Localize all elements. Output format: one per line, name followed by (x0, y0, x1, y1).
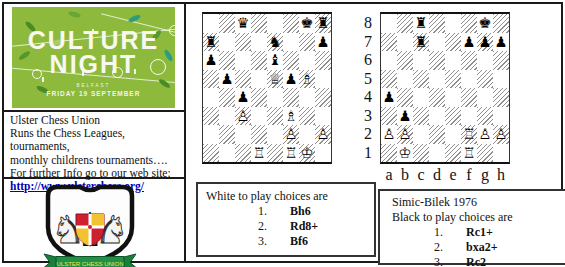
board-square: ♜♖ (283, 144, 299, 163)
board-square (203, 70, 219, 89)
board-square: ♟♙ (397, 125, 413, 144)
file-label: h (493, 166, 509, 184)
board-square (493, 14, 509, 33)
choice-number: 2. (258, 219, 278, 234)
board-square: ♟ (315, 33, 331, 52)
file-label: g (477, 166, 493, 184)
culture-night-poster: CULTURE NIGHT BELFAST FRIDAY 19 SEPTEMBE… (12, 7, 175, 108)
board-square (251, 14, 267, 33)
white-piece: ♙ (493, 125, 509, 144)
white-piece: ♖ (461, 144, 477, 163)
black-piece: ♜ (315, 14, 331, 33)
board-square: ♟ (477, 33, 493, 52)
white-piece: ♔ (397, 144, 413, 163)
board-square (397, 88, 413, 107)
board-square (445, 51, 461, 70)
rank-label: 3 (360, 107, 376, 126)
choice-move: Rd8+ (290, 219, 318, 234)
file-label: a (381, 166, 397, 184)
board-square (299, 33, 315, 52)
org-line4: For further Info go to our web site: (10, 167, 184, 180)
board-square: ♚♔ (397, 144, 413, 163)
board-square (413, 70, 429, 89)
black-piece: ♜ (413, 14, 429, 33)
org-line2: Runs the Chess Leagues, tournaments, (10, 127, 184, 153)
board-square: ♟ (461, 33, 477, 52)
board-square: ♜ (413, 14, 429, 33)
black-piece: ♜ (413, 33, 429, 52)
board-square (429, 51, 445, 70)
black-piece: ♞ (267, 33, 283, 52)
board-square (203, 144, 219, 163)
board-square (413, 125, 429, 144)
vertical-divider (184, 2, 186, 261)
black-piece: ♟ (219, 70, 235, 89)
black-piece: ♜ (203, 33, 219, 52)
board-square (381, 14, 397, 33)
move-choice: 3.Rc2 (392, 255, 565, 267)
board-square: ♟ (283, 70, 299, 89)
board-square (299, 51, 315, 70)
board-square (315, 88, 331, 107)
board-square (251, 125, 267, 144)
right-chess-board: ♜♚♜♟♟♟♟♟♟♙♟♙♜♖♟♙♟♙♚♔♜♖ (380, 12, 510, 164)
black-piece: ♟ (397, 107, 413, 126)
choice-number: 3. (434, 255, 454, 267)
black-piece: ♟ (493, 33, 509, 52)
board-square: ♝ (267, 51, 283, 70)
board-square (219, 125, 235, 144)
board-square (429, 125, 445, 144)
crest-shield-icon: ♞ ♞ ♚ ULSTER CHESS UNION (38, 180, 142, 267)
board-square (235, 33, 251, 52)
rank-label: 7 (360, 33, 376, 52)
rank-label: 8 (360, 14, 376, 33)
black-piece: ♟ (283, 70, 299, 89)
org-line3: monthly childrens tournaments…. (10, 154, 184, 167)
board-square (461, 70, 477, 89)
board-square (445, 125, 461, 144)
board-square: ♟♙ (381, 125, 397, 144)
board-square (315, 144, 331, 163)
board-square: ♚ (299, 14, 315, 33)
board-square (445, 14, 461, 33)
board-square (267, 14, 283, 33)
rank-labels: 87654321 (360, 14, 376, 162)
black-piece: ♟ (461, 33, 477, 52)
board-square (299, 107, 315, 126)
board-square (219, 107, 235, 126)
choice-move: bxa2+ (466, 240, 498, 255)
board-square (251, 70, 267, 89)
board-square: ♟♙ (315, 125, 331, 144)
board-square (299, 125, 315, 144)
choice-move: Bh6 (290, 204, 311, 219)
poster-title-line2: NIGHT (12, 52, 175, 76)
board-square (397, 33, 413, 52)
board-square (381, 70, 397, 89)
board-square: ♝♗ (299, 70, 315, 89)
move-choice: 1.Rc1+ (392, 225, 565, 240)
board-square (413, 144, 429, 163)
game-title: Simic-Bilek 1976 (392, 195, 565, 210)
board-square (315, 51, 331, 70)
white-piece: ♖ (461, 125, 477, 144)
board-square (429, 33, 445, 52)
board-square (203, 14, 219, 33)
black-to-play-box: Simic-Bilek 1976 Black to play choices a… (378, 189, 565, 265)
board-square (235, 144, 251, 163)
rank-label: 1 (360, 144, 376, 163)
choice-number: 3. (258, 234, 278, 249)
file-label: c (413, 166, 429, 184)
board-square (429, 70, 445, 89)
file-label: d (429, 166, 445, 184)
file-label: e (445, 166, 461, 184)
board-square (251, 33, 267, 52)
white-puzzle-heading: White to play choices are (206, 189, 374, 204)
rank-label: 6 (360, 51, 376, 70)
board-square (251, 88, 267, 107)
board-square (413, 51, 429, 70)
board-square (315, 107, 331, 126)
board-square: ♝♗ (283, 107, 299, 126)
board-square: ♟ (203, 51, 219, 70)
board-square (267, 125, 283, 144)
ulster-chess-union-crest: ♞ ♞ ♚ ULSTER CHESS UNION (38, 180, 142, 267)
board-square (445, 88, 461, 107)
black-piece: ♚ (477, 14, 493, 33)
board-square (445, 33, 461, 52)
board-square: ♟ (235, 88, 251, 107)
board-square (493, 70, 509, 89)
move-choice: 3.Bf6 (206, 234, 374, 249)
board-square (429, 14, 445, 33)
board-square (283, 33, 299, 52)
board-square: ♟ (493, 33, 509, 52)
choice-move: Bf6 (290, 234, 308, 249)
org-name: Ulster Chess Union (10, 114, 184, 127)
choice-move: Rc2 (466, 255, 486, 267)
board-square (267, 88, 283, 107)
black-puzzle-heading: Black to play choices are (392, 210, 565, 225)
board-square (429, 107, 445, 126)
white-piece: ♖ (283, 144, 299, 163)
board-square (219, 51, 235, 70)
board-square (251, 51, 267, 70)
move-choice: 2.bxa2+ (392, 240, 565, 255)
board-square (493, 51, 509, 70)
board-square (219, 14, 235, 33)
board-square (381, 107, 397, 126)
board-square (397, 14, 413, 33)
board-square (477, 70, 493, 89)
board-square: ♟ (397, 107, 413, 126)
black-piece: ♟ (203, 51, 219, 70)
board-square (493, 88, 509, 107)
black-piece: ♛ (235, 14, 251, 33)
board-square: ♜ (203, 33, 219, 52)
board-square (461, 51, 477, 70)
board-square (203, 88, 219, 107)
board-square (267, 107, 283, 126)
choice-move: Rc1+ (466, 225, 493, 240)
poster-title-line1: CULTURE (12, 28, 175, 52)
board-square (235, 51, 251, 70)
board-square: ♛♕ (267, 70, 283, 89)
black-piece: ♟ (315, 33, 331, 52)
board-square (477, 144, 493, 163)
white-piece: ♙ (235, 107, 251, 126)
poster-date: FRIDAY 19 SEPTEMBER (12, 90, 175, 97)
board-square (235, 70, 251, 89)
board-square (299, 88, 315, 107)
black-piece: ♝ (267, 51, 283, 70)
board-square (445, 70, 461, 89)
white-piece: ♗ (283, 107, 299, 126)
board-square (477, 107, 493, 126)
board-square (477, 88, 493, 107)
board-square (429, 88, 445, 107)
board-square (251, 107, 267, 126)
rank-label: 2 (360, 125, 376, 144)
board-square (219, 33, 235, 52)
board-square (283, 14, 299, 33)
board-square (397, 70, 413, 89)
board-square (381, 51, 397, 70)
board-square (413, 88, 429, 107)
choice-number: 1. (258, 204, 278, 219)
board-square: ♚ (477, 14, 493, 33)
move-choice: 2.Rd8+ (206, 219, 374, 234)
white-piece: ♔ (299, 144, 315, 163)
board-square (397, 51, 413, 70)
white-piece: ♙ (283, 125, 299, 144)
board-square: ♞ (267, 33, 283, 52)
board-square: ♜ (315, 14, 331, 33)
board-square (203, 107, 219, 126)
leaf-icon (68, 10, 82, 18)
board-square (267, 144, 283, 163)
board-square (219, 88, 235, 107)
rank-label: 4 (360, 88, 376, 107)
board-square (203, 125, 219, 144)
board-square: ♟♙ (235, 107, 251, 126)
file-label: f (461, 166, 477, 184)
white-piece: ♗ (299, 70, 315, 89)
board-square (461, 88, 477, 107)
choice-number: 1. (434, 225, 454, 240)
board-square: ♟♙ (283, 125, 299, 144)
board-square (219, 144, 235, 163)
choice-number: 2. (434, 240, 454, 255)
board-square (283, 88, 299, 107)
board-square: ♜♖ (461, 144, 477, 163)
black-piece: ♟ (477, 33, 493, 52)
board-square (413, 107, 429, 126)
board-square: ♜ (413, 33, 429, 52)
board-square (315, 70, 331, 89)
white-piece: ♙ (315, 125, 331, 144)
left-chess-board: ♛♚♜♜♞♟♟♝♟♛♕♟♝♗♟♟♙♝♗♟♙♟♙♜♖♜♖♚♔ (202, 12, 332, 164)
board-square (235, 125, 251, 144)
file-label: b (397, 166, 413, 184)
poster-subtitle: BELFAST (12, 83, 175, 88)
white-piece: ♙ (477, 125, 493, 144)
board-square: ♜♖ (251, 144, 267, 163)
board-square (445, 107, 461, 126)
black-piece: ♟ (235, 88, 251, 107)
board-square: ♟ (381, 88, 397, 107)
board-square (429, 144, 445, 163)
board-square (381, 144, 397, 163)
board-square (283, 51, 299, 70)
board-square (493, 144, 509, 163)
board-square: ♟ (219, 70, 235, 89)
white-piece: ♙ (381, 125, 397, 144)
board-square: ♜♖ (461, 125, 477, 144)
board-square (445, 144, 461, 163)
black-piece: ♟ (381, 88, 397, 107)
board-square (477, 51, 493, 70)
board-square: ♟♙ (493, 125, 509, 144)
board-square: ♛ (235, 14, 251, 33)
rank-label: 5 (360, 70, 376, 89)
file-labels: abcdefgh (381, 166, 509, 184)
white-to-play-box: White to play choices are 1.Bh62.Rd8+3.B… (196, 182, 376, 257)
board-square: ♟♙ (477, 125, 493, 144)
crest-banner-text: ULSTER CHESS UNION (56, 261, 123, 267)
black-piece: ♚ (299, 14, 315, 33)
white-piece: ♙ (397, 125, 413, 144)
board-square: ♚♔ (299, 144, 315, 163)
move-choice: 1.Bh6 (206, 204, 374, 219)
board-square (381, 33, 397, 52)
board-square (461, 14, 477, 33)
board-square (493, 107, 509, 126)
board-square (461, 107, 477, 126)
horizontal-divider-top (4, 110, 185, 112)
white-piece: ♕ (267, 70, 283, 89)
white-piece: ♖ (251, 144, 267, 163)
